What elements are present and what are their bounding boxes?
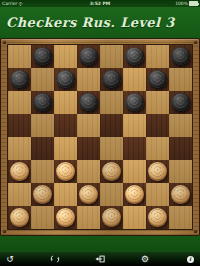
square-a2[interactable] — [8, 183, 31, 206]
square-c2[interactable] — [54, 183, 77, 206]
black-piece[interactable] — [33, 47, 52, 66]
black-piece[interactable] — [33, 93, 52, 112]
header: Checkers Rus. Level 3 — [0, 7, 200, 38]
square-g8[interactable] — [146, 45, 169, 68]
square-d1[interactable] — [77, 206, 100, 229]
board — [8, 45, 192, 229]
white-piece[interactable] — [125, 185, 144, 204]
square-e6[interactable] — [100, 91, 123, 114]
square-e7[interactable] — [100, 68, 123, 91]
square-f6[interactable] — [123, 91, 146, 114]
white-piece[interactable] — [148, 208, 167, 227]
app-screen: 3:52 PM Carrier 100% Checkers Rus. Level… — [0, 0, 200, 266]
square-h2[interactable] — [169, 183, 192, 206]
square-f3[interactable] — [123, 160, 146, 183]
white-piece[interactable] — [171, 185, 190, 204]
white-piece[interactable] — [102, 162, 121, 181]
square-c8[interactable] — [54, 45, 77, 68]
white-piece[interactable] — [33, 185, 52, 204]
square-g7[interactable] — [146, 68, 169, 91]
screw-icon — [194, 41, 197, 44]
black-piece[interactable] — [79, 47, 98, 66]
square-f7[interactable] — [123, 68, 146, 91]
square-d2[interactable] — [77, 183, 100, 206]
board-frame — [0, 38, 200, 236]
replay-icon[interactable] — [49, 252, 61, 266]
settings-icon[interactable]: ⚙ — [139, 252, 151, 266]
square-c7[interactable] — [54, 68, 77, 91]
square-b4[interactable] — [31, 137, 54, 160]
square-a1[interactable] — [8, 206, 31, 229]
black-piece[interactable] — [125, 93, 144, 112]
board-zone — [0, 38, 200, 236]
square-d5[interactable] — [77, 114, 100, 137]
page-title: Checkers Rus. Level 3 — [6, 15, 175, 30]
square-a3[interactable] — [8, 160, 31, 183]
square-h5[interactable] — [169, 114, 192, 137]
square-g1[interactable] — [146, 206, 169, 229]
square-e3[interactable] — [100, 160, 123, 183]
square-b3[interactable] — [31, 160, 54, 183]
square-f5[interactable] — [123, 114, 146, 137]
square-c1[interactable] — [54, 206, 77, 229]
restart-icon[interactable]: ↺ — [4, 252, 16, 266]
square-a6[interactable] — [8, 91, 31, 114]
square-a4[interactable] — [8, 137, 31, 160]
battery-percent: 100% — [175, 0, 188, 7]
white-piece[interactable] — [148, 162, 167, 181]
white-piece[interactable] — [10, 162, 29, 181]
battery-icon — [189, 1, 198, 7]
square-f2[interactable] — [123, 183, 146, 206]
square-e5[interactable] — [100, 114, 123, 137]
square-e4[interactable] — [100, 137, 123, 160]
white-piece[interactable] — [79, 185, 98, 204]
status-time: 3:52 PM — [0, 0, 200, 7]
square-d6[interactable] — [77, 91, 100, 114]
square-h3[interactable] — [169, 160, 192, 183]
black-piece[interactable] — [79, 93, 98, 112]
white-piece[interactable] — [102, 208, 121, 227]
square-d7[interactable] — [77, 68, 100, 91]
black-piece[interactable] — [171, 47, 190, 66]
square-c5[interactable] — [54, 114, 77, 137]
square-c4[interactable] — [54, 137, 77, 160]
square-a8[interactable] — [8, 45, 31, 68]
square-f8[interactable] — [123, 45, 146, 68]
square-g6[interactable] — [146, 91, 169, 114]
status-bar: 3:52 PM Carrier 100% — [0, 0, 200, 7]
square-h8[interactable] — [169, 45, 192, 68]
info-icon[interactable]: i — [184, 252, 196, 266]
square-a7[interactable] — [8, 68, 31, 91]
square-g4[interactable] — [146, 137, 169, 160]
white-piece[interactable] — [56, 208, 75, 227]
square-f1[interactable] — [123, 206, 146, 229]
table-felt — [0, 236, 200, 252]
screw-icon — [194, 230, 197, 233]
square-c6[interactable] — [54, 91, 77, 114]
square-d3[interactable] — [77, 160, 100, 183]
black-piece[interactable] — [10, 70, 29, 89]
white-piece[interactable] — [56, 162, 75, 181]
white-piece[interactable] — [10, 208, 29, 227]
toolbar: ↺ ⚙ i — [0, 252, 200, 266]
square-b7[interactable] — [31, 68, 54, 91]
square-b6[interactable] — [31, 91, 54, 114]
black-piece[interactable] — [125, 47, 144, 66]
square-e2[interactable] — [100, 183, 123, 206]
square-a5[interactable] — [8, 114, 31, 137]
square-g3[interactable] — [146, 160, 169, 183]
screw-icon — [3, 41, 6, 44]
square-e1[interactable] — [100, 206, 123, 229]
screw-icon — [3, 230, 6, 233]
square-d4[interactable] — [77, 137, 100, 160]
square-g5[interactable] — [146, 114, 169, 137]
exit-icon[interactable] — [94, 252, 106, 266]
square-h4[interactable] — [169, 137, 192, 160]
square-h6[interactable] — [169, 91, 192, 114]
black-piece[interactable] — [56, 70, 75, 89]
black-piece[interactable] — [171, 93, 190, 112]
square-b2[interactable] — [31, 183, 54, 206]
square-g2[interactable] — [146, 183, 169, 206]
square-b8[interactable] — [31, 45, 54, 68]
square-b1[interactable] — [31, 206, 54, 229]
square-b5[interactable] — [31, 114, 54, 137]
square-h1[interactable] — [169, 206, 192, 229]
square-f4[interactable] — [123, 137, 146, 160]
square-d8[interactable] — [77, 45, 100, 68]
square-e8[interactable] — [100, 45, 123, 68]
black-piece[interactable] — [148, 70, 167, 89]
black-piece[interactable] — [102, 70, 121, 89]
square-c3[interactable] — [54, 160, 77, 183]
square-h7[interactable] — [169, 68, 192, 91]
